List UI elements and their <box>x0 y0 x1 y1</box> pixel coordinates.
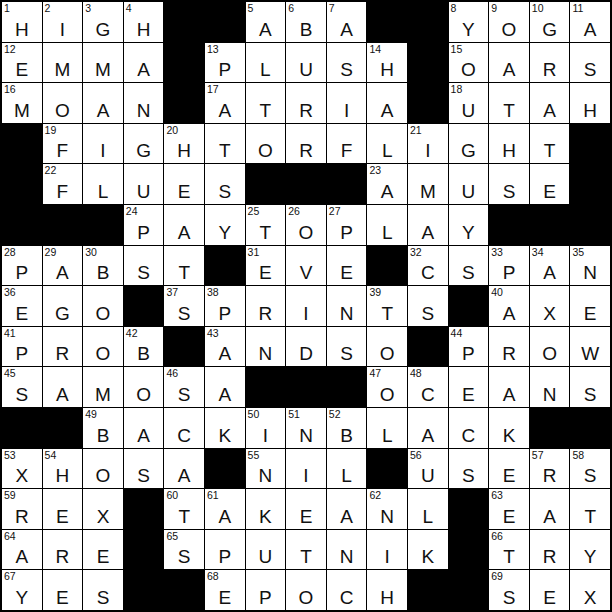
cell-letter: A <box>164 466 204 485</box>
cell-letter: O <box>83 466 123 485</box>
cell-letter: S <box>489 182 529 201</box>
clue-number: 64 <box>4 530 16 542</box>
cell-letter: O <box>367 385 407 404</box>
cell-r4c9: F <box>327 124 367 164</box>
cell-letter: E <box>43 588 83 607</box>
cell-letter: H <box>164 141 204 160</box>
clue-number: 20 <box>166 124 178 136</box>
cell-letter: B <box>327 426 367 445</box>
cell-r12c8: I <box>286 449 326 489</box>
clue-number: 46 <box>166 367 178 379</box>
cell-r2c8: U <box>286 43 326 83</box>
clue-number: 55 <box>248 449 260 461</box>
cell-letter: R <box>43 344 83 363</box>
cell-r2c15: S <box>570 43 610 83</box>
clue-number: 31 <box>248 246 260 258</box>
cell-r7c2: 29A <box>43 246 83 286</box>
block-cell-r15c11 <box>408 570 448 610</box>
block-cell-r6c15 <box>570 205 610 245</box>
cell-r2c7: L <box>246 43 286 83</box>
cell-letter: F <box>43 182 83 201</box>
clue-number: 12 <box>4 43 16 55</box>
cell-r10c14: N <box>530 367 570 407</box>
cell-letter: V <box>286 263 326 282</box>
clue-number: 41 <box>4 327 16 339</box>
cell-letter: M <box>83 60 123 79</box>
cell-r9c9: S <box>327 327 367 367</box>
cell-letter: Y <box>570 547 610 566</box>
cell-letter: O <box>286 588 326 607</box>
block-cell-r6c2 <box>43 205 83 245</box>
cell-letter: B <box>83 426 123 445</box>
cell-r5c4: U <box>124 164 164 204</box>
cell-r14c5: 65S <box>164 530 204 570</box>
clue-number: 69 <box>491 570 503 582</box>
cell-letter: G <box>449 141 489 160</box>
cell-letter: S <box>164 385 204 404</box>
cell-r3c2: O <box>43 83 83 123</box>
cell-r3c9: I <box>327 83 367 123</box>
cell-letter: K <box>408 547 448 566</box>
cell-letter: S <box>449 263 489 282</box>
cell-r14c8: T <box>286 530 326 570</box>
cell-r15c13: 69S <box>489 570 529 610</box>
cell-letter: X <box>530 304 570 323</box>
cell-r9c10: O <box>367 327 407 367</box>
cell-r7c11: 32C <box>408 246 448 286</box>
cell-r5c13: S <box>489 164 529 204</box>
cell-r7c15: 35N <box>570 246 610 286</box>
block-cell-r7c6 <box>205 246 245 286</box>
cell-r12c12: S <box>449 449 489 489</box>
cell-letter: Y <box>449 223 489 242</box>
cell-r5c11: M <box>408 164 448 204</box>
cell-letter: S <box>164 547 204 566</box>
cell-r4c5: 20H <box>164 124 204 164</box>
cell-r10c11: 48C <box>408 367 448 407</box>
cell-letter: N <box>327 547 367 566</box>
cell-r1c15: 11A <box>570 2 610 42</box>
cell-letter: O <box>489 20 529 39</box>
cell-letter: O <box>367 344 407 363</box>
cell-r14c14: R <box>530 530 570 570</box>
cell-r5c12: U <box>449 164 489 204</box>
cell-r15c9: C <box>327 570 367 610</box>
cell-letter: A <box>327 20 367 39</box>
clue-number: 39 <box>369 286 381 298</box>
cell-letter: S <box>570 466 610 485</box>
cell-letter: P <box>246 588 286 607</box>
cell-r14c1: 64A <box>2 530 42 570</box>
cell-letter: E <box>449 385 489 404</box>
cell-r3c10: A <box>367 83 407 123</box>
cell-r13c2: E <box>43 489 83 529</box>
cell-r12c3: O <box>83 449 123 489</box>
block-cell-r13c4 <box>124 489 164 529</box>
clue-number: 53 <box>4 449 16 461</box>
clue-number: 58 <box>572 449 584 461</box>
clue-number: 24 <box>126 205 138 217</box>
cell-r12c1: 53X <box>2 449 42 489</box>
cell-letter: K <box>489 426 529 445</box>
cell-letter: R <box>530 466 570 485</box>
cell-letter: M <box>43 60 83 79</box>
block-cell-r6c3 <box>83 205 123 245</box>
block-cell-r4c1 <box>2 124 42 164</box>
cell-letter: H <box>489 141 529 160</box>
cell-letter: S <box>327 60 367 79</box>
cell-r13c9: A <box>327 489 367 529</box>
cell-r9c7: N <box>246 327 286 367</box>
clue-number: 38 <box>207 286 219 298</box>
cell-r6c10: L <box>367 205 407 245</box>
cell-letter: R <box>246 304 286 323</box>
block-cell-r15c4 <box>124 570 164 610</box>
cell-letter: O <box>286 223 326 242</box>
block-cell-r2c5 <box>164 43 204 83</box>
cell-letter: S <box>327 344 367 363</box>
cell-letter: N <box>246 344 286 363</box>
cell-letter: H <box>570 101 610 120</box>
clue-number: 13 <box>207 43 219 55</box>
cell-r15c1: 67Y <box>2 570 42 610</box>
cell-letter: N <box>246 466 286 485</box>
cell-letter: C <box>327 588 367 607</box>
cell-r14c15: Y <box>570 530 610 570</box>
cell-letter: A <box>530 101 570 120</box>
cell-r8c3: O <box>83 286 123 326</box>
cell-letter: E <box>164 182 204 201</box>
cell-letter: R <box>530 547 570 566</box>
cell-letter: A <box>327 507 367 526</box>
cell-letter: L <box>408 507 448 526</box>
clue-number: 14 <box>369 43 381 55</box>
clue-number: 36 <box>4 286 16 298</box>
cell-r8c6: 38P <box>205 286 245 326</box>
cell-r10c15: S <box>570 367 610 407</box>
clue-number: 50 <box>248 408 260 420</box>
cell-letter: I <box>286 466 326 485</box>
cell-letter: A <box>367 182 407 201</box>
cell-r15c2: E <box>43 570 83 610</box>
cell-letter: H <box>43 466 83 485</box>
cell-r2c1: 12E <box>2 43 42 83</box>
cell-letter: S <box>164 304 204 323</box>
cell-r7c12: S <box>449 246 489 286</box>
clue-number: 19 <box>45 124 57 136</box>
clue-number: 32 <box>410 246 422 258</box>
cell-r12c11: 56U <box>408 449 448 489</box>
cell-letter: P <box>124 223 164 242</box>
cell-r12c2: 54H <box>43 449 83 489</box>
clue-number: 26 <box>288 205 300 217</box>
cell-r2c4: A <box>124 43 164 83</box>
cell-r14c7: U <box>246 530 286 570</box>
cell-r11c12: C <box>449 408 489 448</box>
cell-r10c3: M <box>83 367 123 407</box>
cell-r4c8: R <box>286 124 326 164</box>
cell-letter: E <box>286 507 326 526</box>
cell-r3c14: A <box>530 83 570 123</box>
cell-letter: T <box>164 507 204 526</box>
cell-letter: B <box>286 20 326 39</box>
cell-r1c2: 2I <box>43 2 83 42</box>
cell-letter: O <box>449 60 489 79</box>
clue-number: 66 <box>491 530 503 542</box>
cell-r9c2: R <box>43 327 83 367</box>
block-cell-r11c15 <box>570 408 610 448</box>
cell-letter: O <box>83 304 123 323</box>
cell-letter: N <box>124 101 164 120</box>
cell-r1c9: 7A <box>327 2 367 42</box>
cell-r8c13: 40A <box>489 286 529 326</box>
cell-letter: T <box>530 141 570 160</box>
cell-r6c12: Y <box>449 205 489 245</box>
cell-letter: G <box>83 20 123 39</box>
cell-r1c13: 9O <box>489 2 529 42</box>
cell-letter: U <box>449 101 489 120</box>
clue-number: 9 <box>491 2 497 14</box>
cell-r9c12: 44P <box>449 327 489 367</box>
cell-r11c10: L <box>367 408 407 448</box>
cell-r9c15: W <box>570 327 610 367</box>
cell-r2c13: A <box>489 43 529 83</box>
cell-letter: R <box>530 60 570 79</box>
block-cell-r1c5 <box>164 2 204 42</box>
cell-letter: E <box>489 466 529 485</box>
cell-letter: R <box>286 101 326 120</box>
clue-number: 27 <box>329 205 341 217</box>
block-cell-r1c10 <box>367 2 407 42</box>
cell-letter: E <box>83 547 123 566</box>
cell-r14c3: E <box>83 530 123 570</box>
cell-r11c6: K <box>205 408 245 448</box>
cell-r4c11: 21I <box>408 124 448 164</box>
cell-r4c2: 19F <box>43 124 83 164</box>
cell-r10c5: 46S <box>164 367 204 407</box>
cell-r10c12: E <box>449 367 489 407</box>
cell-letter: A <box>205 507 245 526</box>
cell-letter: X <box>83 507 123 526</box>
cell-letter: R <box>43 547 83 566</box>
clue-number: 30 <box>85 246 97 258</box>
cell-letter: I <box>246 426 286 445</box>
block-cell-r10c8 <box>286 367 326 407</box>
cell-letter: S <box>570 385 610 404</box>
clue-number: 25 <box>248 205 260 217</box>
block-cell-r10c7 <box>246 367 286 407</box>
crossword-grid: 1H2I3G4H5A6B7A8Y9O10G11A12EMMA13PLUS14H1… <box>0 0 612 612</box>
block-cell-r2c11 <box>408 43 448 83</box>
cell-r12c4: S <box>124 449 164 489</box>
block-cell-r1c6 <box>205 2 245 42</box>
clue-number: 10 <box>532 2 544 14</box>
clue-number: 47 <box>369 367 381 379</box>
cell-letter: O <box>246 141 286 160</box>
cell-letter: T <box>246 101 286 120</box>
cell-r13c3: X <box>83 489 123 529</box>
block-cell-r6c14 <box>530 205 570 245</box>
cell-letter: P <box>489 263 529 282</box>
block-cell-r11c2 <box>43 408 83 448</box>
cell-r4c14: T <box>530 124 570 164</box>
cell-letter: E <box>43 507 83 526</box>
block-cell-r8c4 <box>124 286 164 326</box>
cell-r14c13: 66T <box>489 530 529 570</box>
cell-r9c14: O <box>530 327 570 367</box>
clue-number: 44 <box>451 327 463 339</box>
cell-r8c5: 37S <box>164 286 204 326</box>
cell-letter: S <box>83 588 123 607</box>
cell-letter: A <box>246 20 286 39</box>
cell-r13c11: L <box>408 489 448 529</box>
cell-r4c6: T <box>205 124 245 164</box>
cell-letter: T <box>205 141 245 160</box>
clue-number: 68 <box>207 570 219 582</box>
block-cell-r3c5 <box>164 83 204 123</box>
clue-number: 52 <box>329 408 341 420</box>
cell-r9c4: 42B <box>124 327 164 367</box>
cell-letter: A <box>489 385 529 404</box>
cell-r7c5: T <box>164 246 204 286</box>
cell-letter: P <box>2 263 42 282</box>
cell-letter: A <box>2 547 42 566</box>
cell-r7c14: 34A <box>530 246 570 286</box>
cell-r11c9: 52B <box>327 408 367 448</box>
clue-number: 1 <box>4 2 10 14</box>
cell-r15c3: S <box>83 570 123 610</box>
cell-r3c6: 17A <box>205 83 245 123</box>
clue-number: 34 <box>532 246 544 258</box>
cell-letter: E <box>205 588 245 607</box>
cell-r8c14: X <box>530 286 570 326</box>
cell-r13c5: 60T <box>164 489 204 529</box>
cell-letter: I <box>327 101 367 120</box>
cell-r14c2: R <box>43 530 83 570</box>
cell-r13c1: 59R <box>2 489 42 529</box>
cell-letter: C <box>408 385 448 404</box>
cell-letter: B <box>124 344 164 363</box>
cell-r6c7: 25T <box>246 205 286 245</box>
block-cell-r9c11 <box>408 327 448 367</box>
cell-r3c12: 18U <box>449 83 489 123</box>
block-cell-r15c5 <box>164 570 204 610</box>
clue-number: 33 <box>491 246 503 258</box>
cell-r2c2: M <box>43 43 83 83</box>
block-cell-r3c11 <box>408 83 448 123</box>
cell-letter: M <box>2 101 42 120</box>
cell-letter: O <box>83 344 123 363</box>
cell-r13c10: 62N <box>367 489 407 529</box>
cell-r7c4: S <box>124 246 164 286</box>
cell-r3c7: T <box>246 83 286 123</box>
cell-letter: D <box>286 344 326 363</box>
block-cell-r5c7 <box>246 164 286 204</box>
cell-letter: H <box>124 20 164 39</box>
cell-letter: T <box>570 507 610 526</box>
cell-letter: H <box>367 60 407 79</box>
cell-r11c3: 49B <box>83 408 123 448</box>
block-cell-r13c12 <box>449 489 489 529</box>
clue-number: 4 <box>126 2 132 14</box>
cell-r9c6: 43A <box>205 327 245 367</box>
cell-r5c10: 23A <box>367 164 407 204</box>
clue-number: 28 <box>4 246 16 258</box>
cell-r13c14: A <box>530 489 570 529</box>
cell-letter: N <box>367 507 407 526</box>
cell-letter: G <box>530 20 570 39</box>
cell-r4c10: L <box>367 124 407 164</box>
clue-number: 2 <box>45 2 51 14</box>
cell-letter: S <box>205 182 245 201</box>
cell-letter: A <box>408 223 448 242</box>
cell-letter: S <box>449 466 489 485</box>
cell-r4c7: O <box>246 124 286 164</box>
clue-number: 43 <box>207 327 219 339</box>
cell-r7c8: V <box>286 246 326 286</box>
cell-letter: X <box>2 466 42 485</box>
cell-letter: A <box>43 263 83 282</box>
cell-letter: W <box>570 344 610 363</box>
cell-r12c15: 58S <box>570 449 610 489</box>
cell-r2c3: M <box>83 43 123 83</box>
cell-r8c2: G <box>43 286 83 326</box>
cell-r13c8: E <box>286 489 326 529</box>
block-cell-r1c11 <box>408 2 448 42</box>
cell-letter: U <box>286 60 326 79</box>
clue-number: 62 <box>369 489 381 501</box>
cell-letter: O <box>43 101 83 120</box>
block-cell-r7c10 <box>367 246 407 286</box>
cell-r3c13: T <box>489 83 529 123</box>
cell-r5c3: L <box>83 164 123 204</box>
clue-number: 11 <box>572 2 583 14</box>
clue-number: 5 <box>248 2 254 14</box>
cell-letter: E <box>246 263 286 282</box>
cell-r4c3: I <box>83 124 123 164</box>
clue-number: 23 <box>369 164 381 176</box>
cell-letter: N <box>530 385 570 404</box>
cell-r15c8: O <box>286 570 326 610</box>
cell-letter: A <box>530 263 570 282</box>
cell-letter: Y <box>2 588 42 607</box>
cell-letter: A <box>205 385 245 404</box>
cell-letter: S <box>2 385 42 404</box>
cell-r11c7: 50I <box>246 408 286 448</box>
cell-letter: A <box>164 223 204 242</box>
cell-letter: N <box>327 304 367 323</box>
cell-letter: T <box>489 101 529 120</box>
block-cell-r10c9 <box>327 367 367 407</box>
cell-r6c5: A <box>164 205 204 245</box>
cell-r6c6: Y <box>205 205 245 245</box>
block-cell-r12c6 <box>205 449 245 489</box>
cell-letter: S <box>124 263 164 282</box>
cell-letter: H <box>2 20 42 39</box>
cell-r12c7: 55N <box>246 449 286 489</box>
block-cell-r11c14 <box>530 408 570 448</box>
cell-r1c3: 3G <box>83 2 123 42</box>
cell-r1c7: 5A <box>246 2 286 42</box>
cell-letter: E <box>570 304 610 323</box>
cell-r8c1: 36E <box>2 286 42 326</box>
cell-r5c2: 22F <box>43 164 83 204</box>
cell-letter: A <box>205 101 245 120</box>
clue-number: 59 <box>4 489 16 501</box>
cell-letter: U <box>124 182 164 201</box>
block-cell-r5c8 <box>286 164 326 204</box>
cell-letter: Y <box>205 223 245 242</box>
